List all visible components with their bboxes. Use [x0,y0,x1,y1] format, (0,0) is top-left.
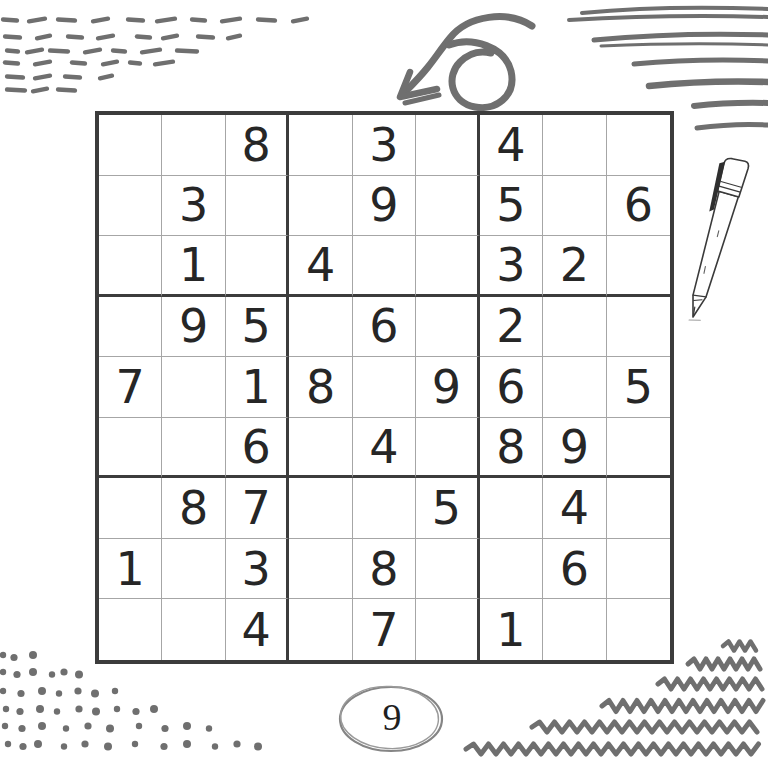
cell-r2c8[interactable] [543,176,606,237]
cell-r4c8[interactable] [543,297,606,358]
cell-r2c5[interactable]: 9 [353,176,416,237]
cell-r7c1[interactable] [99,478,162,539]
cell-r8c4[interactable] [289,539,352,600]
cell-r8c7[interactable] [480,539,543,600]
cell-r7c7[interactable] [480,478,543,539]
cell-r7c2[interactable]: 8 [162,478,225,539]
cell-r6c6[interactable] [416,418,479,479]
cell-r3c4[interactable]: 4 [289,236,352,297]
cell-r1c6[interactable] [416,115,479,176]
cell-r9c2[interactable] [162,599,225,660]
cell-r4c9[interactable] [607,297,670,358]
cell-r8c9[interactable] [607,539,670,600]
cell-r4c4[interactable] [289,297,352,358]
cell-r2c1[interactable] [99,176,162,237]
cell-r1c3[interactable]: 8 [226,115,289,176]
cell-r4c1[interactable] [99,297,162,358]
cell-r6c7[interactable]: 8 [480,418,543,479]
cell-r3c1[interactable] [99,236,162,297]
cell-r5c5[interactable] [353,357,416,418]
cell-r6c2[interactable] [162,418,225,479]
dash-strokes-doodle [3,19,307,92]
cell-r6c8[interactable]: 9 [543,418,606,479]
cell-r5c2[interactable] [162,357,225,418]
cell-r1c4[interactable] [289,115,352,176]
cell-r3c5[interactable] [353,236,416,297]
cell-r1c7[interactable]: 4 [480,115,543,176]
cell-r8c1[interactable]: 1 [99,539,162,600]
cell-r4c7[interactable]: 2 [480,297,543,358]
cell-r1c1[interactable] [99,115,162,176]
cell-r7c4[interactable] [289,478,352,539]
cell-r4c2[interactable]: 9 [162,297,225,358]
curly-arrow-icon [400,17,532,108]
cell-r9c9[interactable] [607,599,670,660]
page-number-badge: 9 [332,682,452,758]
cell-r8c3[interactable]: 3 [226,539,289,600]
cell-r2c7[interactable]: 5 [480,176,543,237]
cell-r1c9[interactable] [607,115,670,176]
marker-lines-doodle [569,8,768,128]
cell-r4c6[interactable] [416,297,479,358]
cell-r7c8[interactable]: 4 [543,478,606,539]
cell-r5c9[interactable]: 5 [607,357,670,418]
cell-r5c7[interactable]: 6 [480,357,543,418]
cell-r5c3[interactable]: 1 [226,357,289,418]
cell-r5c4[interactable]: 8 [289,357,352,418]
cell-r2c9[interactable]: 6 [607,176,670,237]
cell-r3c2[interactable]: 1 [162,236,225,297]
cell-r6c3[interactable]: 6 [226,418,289,479]
cell-r8c6[interactable] [416,539,479,600]
cell-r6c5[interactable]: 4 [353,418,416,479]
sudoku-grid: 834395614329562718965648987541386471 [95,111,674,664]
cell-r9c8[interactable] [543,599,606,660]
cell-r7c3[interactable]: 7 [226,478,289,539]
cell-r9c1[interactable] [99,599,162,660]
dot-pattern-doodle [0,651,262,751]
cell-r3c7[interactable]: 3 [480,236,543,297]
cell-r9c3[interactable]: 4 [226,599,289,660]
cell-r8c5[interactable]: 8 [353,539,416,600]
cell-r7c9[interactable] [607,478,670,539]
cell-r1c2[interactable] [162,115,225,176]
cell-r6c9[interactable] [607,418,670,479]
cell-r2c2[interactable]: 3 [162,176,225,237]
cell-r5c6[interactable]: 9 [416,357,479,418]
cell-r1c8[interactable] [543,115,606,176]
cell-r9c5[interactable]: 7 [353,599,416,660]
cell-r7c6[interactable]: 5 [416,478,479,539]
cell-r9c4[interactable] [289,599,352,660]
cell-r6c4[interactable] [289,418,352,479]
cell-r5c8[interactable] [543,357,606,418]
cell-r8c2[interactable] [162,539,225,600]
cell-r7c5[interactable] [353,478,416,539]
cell-r2c6[interactable] [416,176,479,237]
cell-r6c1[interactable] [99,418,162,479]
cell-r1c5[interactable]: 3 [353,115,416,176]
cell-r9c6[interactable] [416,599,479,660]
cell-r2c4[interactable] [289,176,352,237]
cell-r4c5[interactable]: 6 [353,297,416,358]
cell-r8c8[interactable]: 6 [543,539,606,600]
page-number: 9 [332,695,452,739]
cell-r5c1[interactable]: 7 [99,357,162,418]
cell-r3c6[interactable] [416,236,479,297]
pen-illustration [676,155,750,324]
cell-r3c9[interactable] [607,236,670,297]
cell-r9c7[interactable]: 1 [480,599,543,660]
cell-r3c8[interactable]: 2 [543,236,606,297]
cell-r3c3[interactable] [226,236,289,297]
cell-r2c3[interactable] [226,176,289,237]
cell-r4c3[interactable]: 5 [226,297,289,358]
